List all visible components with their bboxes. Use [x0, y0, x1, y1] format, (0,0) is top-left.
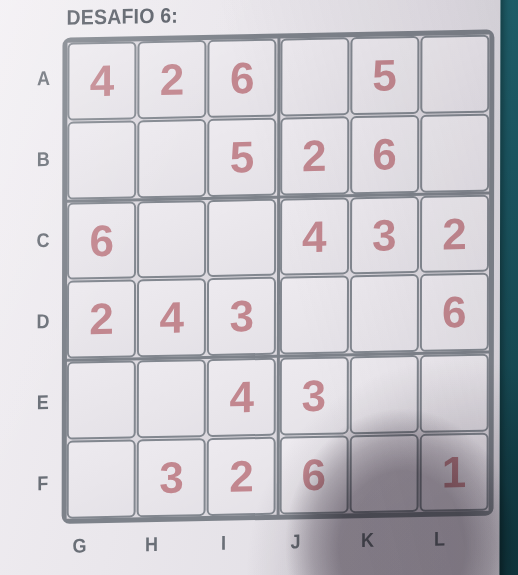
cell-B-G[interactable]	[67, 120, 136, 199]
cell-D-J[interactable]	[279, 276, 348, 355]
cell-A-H[interactable]: 2	[137, 40, 206, 119]
col-label-l: L	[407, 518, 472, 559]
board-block-ef-jkl: 3 6 1	[279, 354, 489, 515]
cell-E-K[interactable]	[349, 355, 418, 434]
cell-C-K[interactable]: 3	[350, 196, 419, 275]
board-block-ef-ghi: 4 3 2	[67, 358, 277, 519]
board-block-cd-ghi: 6 2 4 3	[67, 198, 277, 359]
row-label-a: A	[32, 38, 56, 119]
cell-C-I[interactable]	[207, 198, 276, 277]
cell-E-J[interactable]: 3	[279, 357, 348, 436]
cell-E-H[interactable]	[137, 359, 206, 438]
cell-A-G[interactable]: 4	[67, 41, 136, 120]
cell-F-L[interactable]: 1	[419, 433, 488, 512]
row-label-c: C	[31, 200, 55, 281]
puzzle-sheet-content: DESAFIO 6: A B C D E F 4 2 6 5 5 2	[0, 0, 518, 575]
cell-A-J[interactable]	[280, 37, 349, 116]
cell-D-G[interactable]: 2	[67, 280, 136, 359]
cell-B-K[interactable]: 6	[350, 115, 419, 194]
row-label-d: D	[31, 281, 55, 362]
column-labels: G H I J K L	[44, 518, 476, 566]
cell-E-G[interactable]	[67, 361, 136, 440]
cell-D-I[interactable]: 3	[207, 277, 276, 356]
cell-E-I[interactable]: 4	[207, 358, 276, 437]
cell-F-H[interactable]: 3	[137, 438, 206, 517]
cell-B-I[interactable]: 5	[208, 117, 277, 196]
col-label-k: K	[335, 519, 400, 560]
cell-F-J[interactable]: 6	[279, 435, 348, 514]
row-label-f: F	[31, 443, 55, 524]
board-block-cd-jkl: 4 3 2 6	[279, 194, 489, 355]
cell-A-I[interactable]: 6	[208, 39, 277, 118]
row-labels: A B C D E F	[30, 38, 57, 525]
cell-D-L[interactable]: 6	[420, 273, 489, 352]
cell-C-H[interactable]	[137, 200, 206, 279]
row-label-b: B	[32, 119, 56, 200]
board-block-ab-ghi: 4 2 6 5	[67, 39, 277, 200]
photo-frame: DESAFIO 6: A B C D E F 4 2 6 5 5 2	[0, 0, 518, 575]
sudoku-board: 4 2 6 5 5 2 6 6 2 4 3	[62, 29, 495, 523]
cell-C-G[interactable]: 6	[67, 201, 136, 280]
cell-D-K[interactable]	[350, 274, 419, 353]
cell-F-I[interactable]: 2	[207, 437, 276, 516]
cell-D-H[interactable]: 4	[137, 279, 206, 358]
cell-E-L[interactable]	[420, 354, 489, 433]
cell-A-K[interactable]: 5	[350, 36, 419, 115]
cell-B-H[interactable]	[137, 119, 206, 198]
cell-C-J[interactable]: 4	[280, 197, 349, 276]
cell-A-L[interactable]	[420, 35, 489, 114]
row-label-e: E	[31, 362, 55, 443]
cell-B-L[interactable]	[420, 113, 489, 192]
cell-C-L[interactable]: 2	[420, 194, 489, 273]
cell-F-K[interactable]	[349, 434, 418, 513]
col-label-j: J	[263, 521, 328, 562]
cell-F-G[interactable]	[67, 440, 136, 519]
board-block-ab-jkl: 5 2 6	[280, 35, 490, 196]
col-label-g: G	[47, 525, 112, 566]
cell-B-J[interactable]: 2	[280, 116, 349, 195]
col-label-h: H	[119, 524, 184, 565]
col-label-i: I	[191, 522, 256, 563]
